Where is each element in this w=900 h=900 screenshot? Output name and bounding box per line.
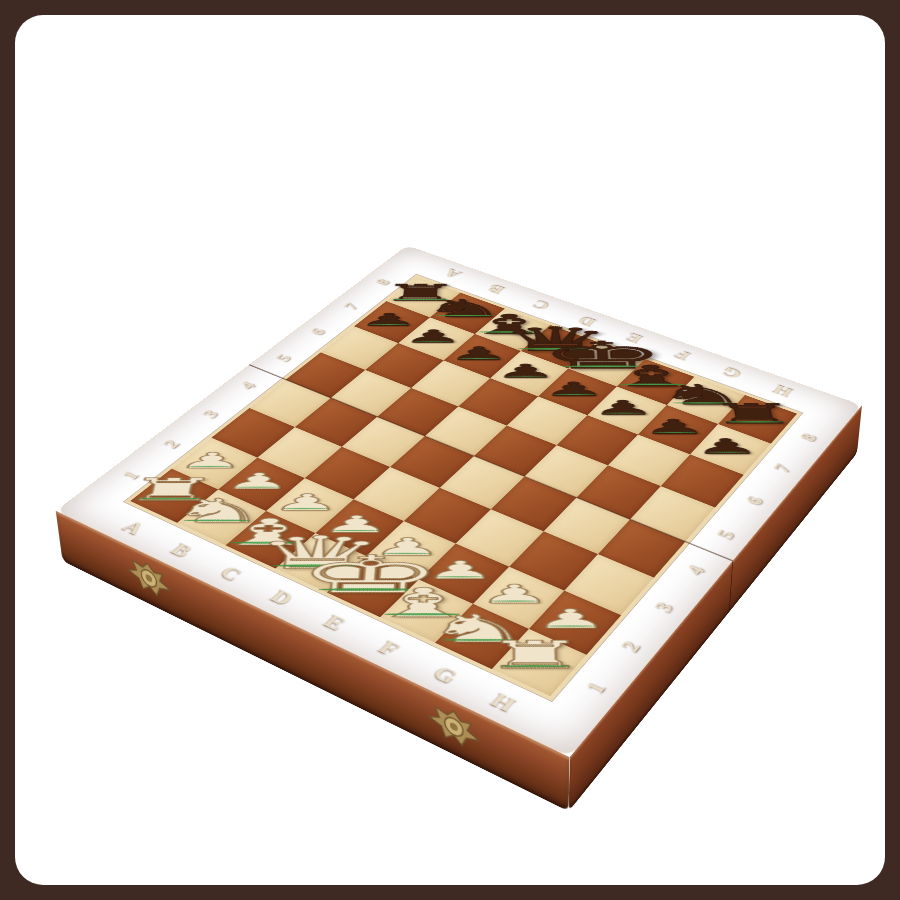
board-top-face: ♜♞♝♛♚♝♞♜♟♟♟♟♟♟♟♟♟♟♟♟♟♟♟♟♜♞♝♛♚♝♞♜ ABCDEFG… [56, 245, 862, 757]
fold-seam-side [729, 560, 733, 612]
square-e4[interactable] [440, 456, 525, 509]
white-pawn-glyph: ♟ [296, 512, 415, 536]
white-pawn-glyph: ♟ [399, 557, 520, 582]
square-f3[interactable] [456, 509, 544, 566]
square-c2[interactable]: ♟ [266, 478, 354, 533]
square-g5[interactable] [577, 465, 661, 519]
square-g2[interactable]: ♟ [473, 567, 564, 629]
square-h5[interactable] [630, 486, 715, 542]
square-f2[interactable]: ♟ [419, 544, 509, 604]
photo-panel: ♜♞♝♛♚♝♞♜♟♟♟♟♟♟♟♟♟♟♟♟♟♟♟♟♜♞♝♛♚♝♞♜ ABCDEFG… [15, 15, 885, 885]
photo-frame: ♜♞♝♛♚♝♞♜♟♟♟♟♟♟♟♟♟♟♟♟♟♟♟♟♜♞♝♛♚♝♞♜ ABCDEFG… [0, 0, 900, 900]
square-d3[interactable] [354, 467, 440, 521]
white-pawn-glyph: ♟ [347, 535, 467, 559]
square-c1[interactable]: ♝ [226, 511, 316, 569]
square-e3[interactable] [404, 488, 491, 544]
white-pawn-glyph: ♟ [509, 605, 634, 632]
square-g3[interactable] [509, 531, 598, 590]
square-g4[interactable] [544, 498, 630, 555]
square-h6[interactable] [661, 454, 744, 507]
square-f1[interactable]: ♝ [380, 580, 473, 643]
chess-box: ♜♞♝♛♚♝♞♜♟♟♟♟♟♟♟♟♟♟♟♟♟♟♟♟♜♞♝♛♚♝♞♜ ABCDEFG… [56, 245, 862, 757]
square-f4[interactable] [491, 476, 577, 531]
chess-scene: ♜♞♝♛♚♝♞♜♟♟♟♟♟♟♟♟♟♟♟♟♟♟♟♟♜♞♝♛♚♝♞♜ ABCDEFG… [15, 15, 885, 885]
square-h4[interactable] [598, 519, 685, 577]
white-bishop-glyph: ♝ [173, 514, 359, 551]
square-e2[interactable]: ♟ [366, 521, 455, 579]
white-pawn-glyph: ♟ [453, 581, 576, 607]
